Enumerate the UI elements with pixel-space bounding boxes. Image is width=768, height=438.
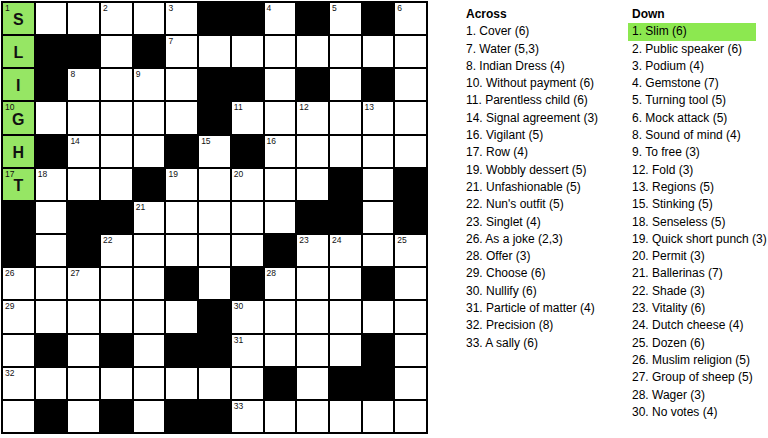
cell-r4c4[interactable] xyxy=(134,136,165,167)
cell-r10c12[interactable] xyxy=(395,335,426,366)
clue-across-23[interactable]: 23. Singlet (4) xyxy=(462,214,626,231)
cell-block-r0c9 xyxy=(297,3,328,34)
cell-block-r2c9 xyxy=(297,69,328,100)
cell-r12c8[interactable] xyxy=(265,401,296,432)
cell-block-r2c1 xyxy=(36,69,67,100)
cell-r8c9[interactable] xyxy=(297,268,328,299)
cell-r11c1[interactable] xyxy=(36,368,67,399)
cell-r11c4[interactable] xyxy=(134,368,165,399)
cell-r12c12[interactable] xyxy=(395,401,426,432)
cell-block-r6c0 xyxy=(3,202,34,233)
cell-block-r10c6 xyxy=(199,335,230,366)
cell-r12c2[interactable] xyxy=(68,401,99,432)
cell-r3c10[interactable] xyxy=(330,102,361,133)
clue-across-7[interactable]: 7. Water (5,3) xyxy=(462,41,626,58)
cell-block-r12c5 xyxy=(166,401,197,432)
clue-across-29[interactable]: 29. Choose (6) xyxy=(462,265,626,282)
cell-r9c4[interactable] xyxy=(134,301,165,332)
clue-across-11[interactable]: 11. Parentless child (6) xyxy=(462,92,626,109)
cell-block-r7c0 xyxy=(3,235,34,266)
cell-r9c9[interactable] xyxy=(297,301,328,332)
clue-down-4[interactable]: 4. Gemstone (7) xyxy=(628,75,756,92)
cell-r9c3[interactable] xyxy=(101,301,132,332)
cell-block-r8c5 xyxy=(166,268,197,299)
cell-r4c3[interactable] xyxy=(101,136,132,167)
clue-down-25[interactable]: 25. Dozen (6) xyxy=(628,335,756,352)
clue-across-19[interactable]: 19. Wobbly dessert (5) xyxy=(462,162,626,179)
cell-r5c1[interactable]: 18 xyxy=(36,169,67,200)
clue-down-2[interactable]: 2. Public speaker (6) xyxy=(628,41,756,58)
clue-number: 18 xyxy=(38,170,47,178)
cell-block-r2c7 xyxy=(232,69,263,100)
cell-block-r1c4 xyxy=(134,36,165,67)
cell-r1c0[interactable]: L xyxy=(3,36,34,67)
cell-r7c7[interactable] xyxy=(232,235,263,266)
cell-r0c0[interactable]: 1S xyxy=(3,3,34,34)
cell-r6c6[interactable] xyxy=(199,202,230,233)
clue-across-8[interactable]: 8. Indian Dress (4) xyxy=(462,58,626,75)
cell-r10c4[interactable] xyxy=(134,335,165,366)
cell-r4c8[interactable]: 16 xyxy=(265,136,296,167)
cell-block-r3c6 xyxy=(199,102,230,133)
clue-down-13[interactable]: 13. Regions (5) xyxy=(628,179,756,196)
cell-r2c2[interactable]: 8 xyxy=(68,69,99,100)
clue-number: 29 xyxy=(5,302,14,310)
clue-across-28[interactable]: 28. Offer (3) xyxy=(462,248,626,265)
cell-r7c12[interactable]: 25 xyxy=(395,235,426,266)
down-header: Down xyxy=(628,6,756,23)
cell-block-r2c6 xyxy=(199,69,230,100)
cell-r9c5[interactable] xyxy=(166,301,197,332)
cell-r2c8[interactable] xyxy=(265,69,296,100)
cell-r10c0[interactable] xyxy=(3,335,34,366)
cell-r4c10[interactable] xyxy=(330,136,361,167)
clue-down-22[interactable]: 22. Shade (3) xyxy=(628,283,756,300)
cell-r9c1[interactable] xyxy=(36,301,67,332)
clue-down-20[interactable]: 20. Permit (3) xyxy=(628,248,756,265)
clue-down-26[interactable]: 26. Muslim religion (5) xyxy=(628,352,756,369)
clue-number: 8 xyxy=(70,70,75,78)
clue-across-10[interactable]: 10. Without payment (6) xyxy=(462,75,626,92)
clue-number: 6 xyxy=(397,4,402,12)
cell-r10c8[interactable] xyxy=(265,335,296,366)
clue-down-5[interactable]: 5. Turning tool (5) xyxy=(628,92,756,109)
cell-block-r7c2 xyxy=(68,235,99,266)
cell-r6c1[interactable] xyxy=(36,202,67,233)
cell-r10c7[interactable]: 31 xyxy=(232,335,263,366)
clue-number: 4 xyxy=(267,4,272,12)
cell-block-r12c3 xyxy=(101,401,132,432)
cell-r5c7[interactable]: 20 xyxy=(232,169,263,200)
clue-across-30[interactable]: 30. Nullify (6) xyxy=(462,283,626,300)
cell-r11c5[interactable] xyxy=(166,368,197,399)
cell-r8c6[interactable] xyxy=(199,268,230,299)
cell-r9c10[interactable] xyxy=(330,301,361,332)
cell-r5c3[interactable] xyxy=(101,169,132,200)
cell-r3c11[interactable]: 13 xyxy=(363,102,394,133)
clue-down-3[interactable]: 3. Podium (4) xyxy=(628,58,756,75)
cell-r7c3[interactable]: 22 xyxy=(101,235,132,266)
cell-block-r9c6 xyxy=(199,301,230,332)
clue-across-31[interactable]: 31. Particle of matter (4) xyxy=(462,300,626,317)
cell-r10c10[interactable] xyxy=(330,335,361,366)
cell-r9c0[interactable]: 29 xyxy=(3,301,34,332)
cell-r2c3[interactable] xyxy=(101,69,132,100)
cell-letter: S xyxy=(3,3,34,34)
cell-r4c9[interactable] xyxy=(297,136,328,167)
cell-r2c5[interactable] xyxy=(166,69,197,100)
cell-r3c3[interactable] xyxy=(101,102,132,133)
cell-r2c0[interactable]: I xyxy=(3,69,34,100)
clue-down-28[interactable]: 28. Wager (3) xyxy=(628,387,756,404)
cell-r11c3[interactable] xyxy=(101,368,132,399)
cell-r4c11[interactable] xyxy=(363,136,394,167)
clue-number: 14 xyxy=(70,137,79,145)
cell-r9c11[interactable] xyxy=(363,301,394,332)
cell-r1c8[interactable] xyxy=(265,36,296,67)
cell-r10c2[interactable] xyxy=(68,335,99,366)
clue-down-8[interactable]: 8. Sound of mind (4) xyxy=(628,127,756,144)
cell-r1c6[interactable] xyxy=(199,36,230,67)
cell-r7c10[interactable]: 24 xyxy=(330,235,361,266)
cell-r6c5[interactable] xyxy=(166,202,197,233)
cell-letter: H xyxy=(3,136,34,167)
clue-across-33[interactable]: 33. A sally (6) xyxy=(462,335,626,352)
cell-r12c7[interactable]: 33 xyxy=(232,401,263,432)
clue-down-12[interactable]: 12. Fold (3) xyxy=(628,162,756,179)
cell-block-r0c7 xyxy=(232,3,263,34)
cell-r7c4[interactable] xyxy=(134,235,165,266)
cell-block-r11c8 xyxy=(265,368,296,399)
cell-block-r6c3 xyxy=(101,202,132,233)
clue-across-16[interactable]: 16. Vigilant (5) xyxy=(462,127,626,144)
clue-number: 12 xyxy=(299,103,308,111)
cell-block-r5c12 xyxy=(395,169,426,200)
cell-r8c0[interactable]: 26 xyxy=(3,268,34,299)
crossword-board: 1S23456L7I8910G111213H14151617T181920212… xyxy=(1,1,428,434)
clue-across-32[interactable]: 32. Precision (8) xyxy=(462,317,626,334)
clue-number: 5 xyxy=(332,4,337,12)
cell-r4c0[interactable]: H xyxy=(3,136,34,167)
cell-r0c1[interactable] xyxy=(36,3,67,34)
clue-down-15[interactable]: 15. Stinking (5) xyxy=(628,196,756,213)
cell-r5c6[interactable] xyxy=(199,169,230,200)
clue-number: 24 xyxy=(332,236,341,244)
cell-r2c12[interactable] xyxy=(395,69,426,100)
cell-r3c5[interactable] xyxy=(166,102,197,133)
cell-r6c7[interactable] xyxy=(232,202,263,233)
clue-number: 13 xyxy=(365,103,374,111)
cell-letter: I xyxy=(3,69,34,100)
cell-block-r4c7 xyxy=(232,136,263,167)
cell-r7c9[interactable]: 23 xyxy=(297,235,328,266)
cell-block-r4c1 xyxy=(36,136,67,167)
cell-r7c6[interactable] xyxy=(199,235,230,266)
cell-r11c7[interactable] xyxy=(232,368,263,399)
cell-r9c7[interactable]: 30 xyxy=(232,301,263,332)
cell-block-r8c7 xyxy=(232,268,263,299)
cell-r3c12[interactable] xyxy=(395,102,426,133)
clue-across-1[interactable]: 1. Cover (6) xyxy=(462,23,626,40)
clue-down-18[interactable]: 18. Senseless (5) xyxy=(628,214,756,231)
cell-r3c1[interactable] xyxy=(36,102,67,133)
clue-down-19[interactable]: 19. Quick short punch (3) xyxy=(628,231,756,248)
clue-number: 16 xyxy=(267,137,276,145)
cell-letter: G xyxy=(3,102,34,133)
cell-r4c12[interactable] xyxy=(395,136,426,167)
clue-down-30[interactable]: 30. No votes (4) xyxy=(628,404,756,421)
cell-block-r6c12 xyxy=(395,202,426,233)
cell-letter: L xyxy=(3,36,34,67)
cell-block-r12c1 xyxy=(36,401,67,432)
cell-r1c11[interactable] xyxy=(363,36,394,67)
clue-number: 7 xyxy=(168,37,173,45)
cell-r5c11[interactable] xyxy=(363,169,394,200)
cell-r11c2[interactable] xyxy=(68,368,99,399)
cell-r11c0[interactable]: 32 xyxy=(3,368,34,399)
across-header: Across xyxy=(462,6,626,23)
clue-number: 9 xyxy=(136,70,141,78)
cell-r3c4[interactable] xyxy=(134,102,165,133)
cell-r12c4[interactable] xyxy=(134,401,165,432)
cell-block-r6c9 xyxy=(297,202,328,233)
cell-r11c9[interactable] xyxy=(297,368,328,399)
cell-r6c4[interactable]: 21 xyxy=(134,202,165,233)
cell-r5c5[interactable]: 19 xyxy=(166,169,197,200)
cell-r8c1[interactable] xyxy=(36,268,67,299)
cell-block-r4c5 xyxy=(166,136,197,167)
cell-r6c8[interactable] xyxy=(265,202,296,233)
cell-r3c8[interactable] xyxy=(265,102,296,133)
cell-block-r12c6 xyxy=(199,401,230,432)
cell-block-r10c11 xyxy=(363,335,394,366)
cell-r5c2[interactable] xyxy=(68,169,99,200)
clue-number: 33 xyxy=(234,402,243,410)
cell-r12c10[interactable] xyxy=(330,401,361,432)
cell-r11c12[interactable] xyxy=(395,368,426,399)
cell-block-r1c2 xyxy=(68,36,99,67)
clue-number: 30 xyxy=(234,302,243,310)
cell-r4c6[interactable]: 15 xyxy=(199,136,230,167)
cell-block-r6c10 xyxy=(330,202,361,233)
cell-block-r5c10 xyxy=(330,169,361,200)
cell-r8c12[interactable] xyxy=(395,268,426,299)
clue-down-21[interactable]: 21. Ballerinas (7) xyxy=(628,265,756,282)
clue-across-21[interactable]: 21. Unfashionable (5) xyxy=(462,179,626,196)
cell-r1c9[interactable] xyxy=(297,36,328,67)
cell-r5c8[interactable] xyxy=(265,169,296,200)
cell-r4c2[interactable]: 14 xyxy=(68,136,99,167)
cell-r0c5[interactable]: 3 xyxy=(166,3,197,34)
cell-block-r11c11 xyxy=(363,368,394,399)
cell-block-r10c1 xyxy=(36,335,67,366)
cell-r0c8[interactable]: 4 xyxy=(265,3,296,34)
cell-r6c11[interactable] xyxy=(363,202,394,233)
clue-down-6[interactable]: 6. Mock attack (5) xyxy=(628,110,756,127)
cell-r9c2[interactable] xyxy=(68,301,99,332)
cell-r9c8[interactable] xyxy=(265,301,296,332)
cell-r9c12[interactable] xyxy=(395,301,426,332)
cell-r1c5[interactable]: 7 xyxy=(166,36,197,67)
cell-r12c11[interactable] xyxy=(363,401,394,432)
clue-number: 26 xyxy=(5,269,14,277)
cell-r0c10[interactable]: 5 xyxy=(330,3,361,34)
clue-number: 27 xyxy=(70,269,79,277)
cell-r2c4[interactable]: 9 xyxy=(134,69,165,100)
cell-r7c5[interactable] xyxy=(166,235,197,266)
clue-across-22[interactable]: 22. Nun's outfit (5) xyxy=(462,196,626,213)
cell-block-r7c8 xyxy=(265,235,296,266)
cell-r1c12[interactable] xyxy=(395,36,426,67)
clue-number: 20 xyxy=(234,170,243,178)
cell-r8c4[interactable] xyxy=(134,268,165,299)
cell-block-r5c4 xyxy=(134,169,165,200)
clue-number: 23 xyxy=(299,236,308,244)
cell-r11c6[interactable] xyxy=(199,368,230,399)
cell-r0c12[interactable]: 6 xyxy=(395,3,426,34)
cell-r8c3[interactable] xyxy=(101,268,132,299)
clue-across-26[interactable]: 26. As a joke (2,3) xyxy=(462,231,626,248)
cell-r3c2[interactable] xyxy=(68,102,99,133)
clue-number: 31 xyxy=(234,336,243,344)
cell-r0c3[interactable]: 2 xyxy=(101,3,132,34)
cell-r7c1[interactable] xyxy=(36,235,67,266)
clue-number: 11 xyxy=(234,103,243,111)
clue-down-23[interactable]: 23. Vitality (6) xyxy=(628,300,756,317)
cell-block-r8c11 xyxy=(363,268,394,299)
cell-r3c7[interactable]: 11 xyxy=(232,102,263,133)
clue-down-9[interactable]: 9. To free (3) xyxy=(628,144,756,161)
cell-r7c11[interactable] xyxy=(363,235,394,266)
clue-number: 32 xyxy=(5,369,14,377)
cell-block-r1c1 xyxy=(36,36,67,67)
cell-block-r0c11 xyxy=(363,3,394,34)
cell-r8c10[interactable] xyxy=(330,268,361,299)
cell-r8c8[interactable]: 28 xyxy=(265,268,296,299)
across-clues: Across 1. Cover (6)7. Water (5,3)8. Indi… xyxy=(462,6,626,352)
clue-down-27[interactable]: 27. Group of sheep (5) xyxy=(628,369,756,386)
clue-down-24[interactable]: 24. Dutch cheese (4) xyxy=(628,317,756,334)
cell-r0c2[interactable] xyxy=(68,3,99,34)
cell-r5c9[interactable] xyxy=(297,169,328,200)
cell-block-r6c2 xyxy=(68,202,99,233)
cell-letter: T xyxy=(3,169,34,200)
cell-block-r10c5 xyxy=(166,335,197,366)
clue-down-1[interactable]: 1. Slim (6) xyxy=(628,23,756,40)
down-clues: Down 1. Slim (6)2. Public speaker (6)3. … xyxy=(628,6,756,421)
clue-number: 21 xyxy=(136,203,145,211)
cell-block-r11c10 xyxy=(330,368,361,399)
cell-r1c10[interactable] xyxy=(330,36,361,67)
cell-r10c9[interactable] xyxy=(297,335,328,366)
cell-r1c3[interactable] xyxy=(101,36,132,67)
cell-r5c0[interactable]: 17T xyxy=(3,169,34,200)
cell-r1c7[interactable] xyxy=(232,36,263,67)
cell-r12c0[interactable] xyxy=(3,401,34,432)
cell-block-r2c11 xyxy=(363,69,394,100)
cell-r3c9[interactable]: 12 xyxy=(297,102,328,133)
clue-number: 3 xyxy=(168,4,173,12)
clue-across-17[interactable]: 17. Row (4) xyxy=(462,144,626,161)
cell-r0c4[interactable] xyxy=(134,3,165,34)
cell-block-r10c3 xyxy=(101,335,132,366)
clue-number: 28 xyxy=(267,269,276,277)
clue-across-14[interactable]: 14. Signal agreement (3) xyxy=(462,110,626,127)
cell-r3c0[interactable]: 10G xyxy=(3,102,34,133)
clue-number: 19 xyxy=(168,170,177,178)
clue-number: 2 xyxy=(103,4,108,12)
clue-number: 25 xyxy=(397,236,406,244)
cell-r8c2[interactable]: 27 xyxy=(68,268,99,299)
cell-r12c9[interactable] xyxy=(297,401,328,432)
cell-block-r0c6 xyxy=(199,3,230,34)
clue-number: 22 xyxy=(103,236,112,244)
cell-r2c10[interactable] xyxy=(330,69,361,100)
clue-number: 15 xyxy=(201,137,210,145)
